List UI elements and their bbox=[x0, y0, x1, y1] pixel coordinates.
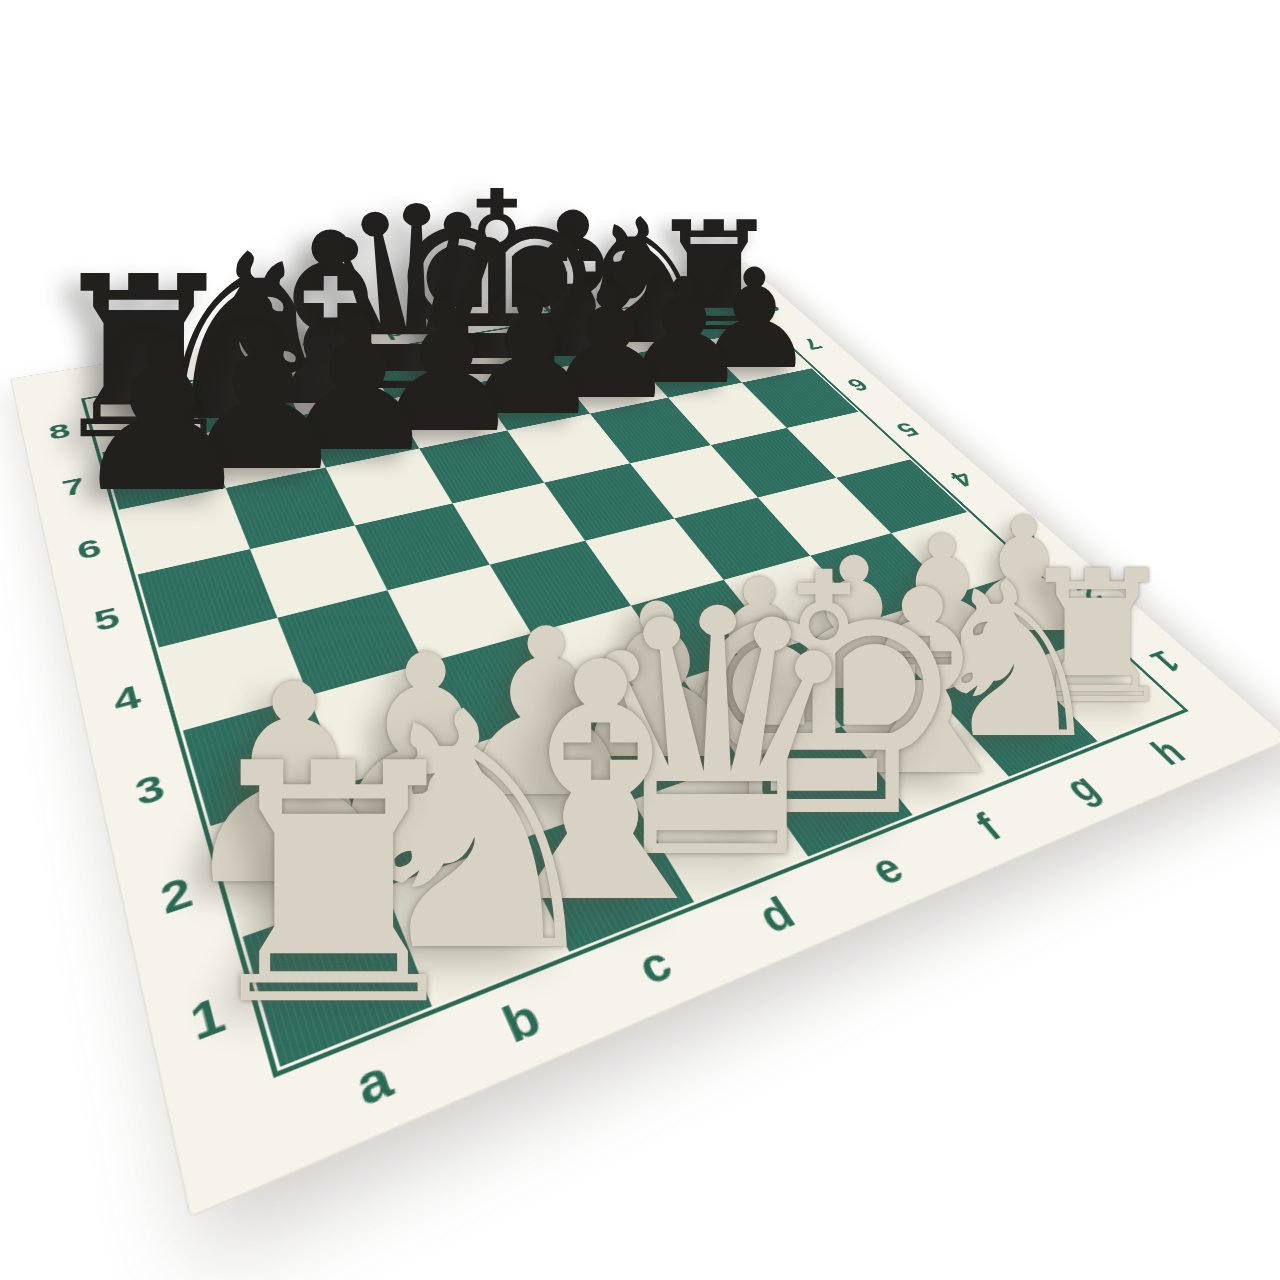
piece-white-rook-a1[interactable]: ♜ bbox=[169, 721, 499, 1051]
scene: abcdefgh abcdefgh 87654321 87654321 ♜♞♝♛… bbox=[0, 0, 1280, 1280]
pieces-layer: ♜♞♝♛♚♝♞♜♟♟♟♟♟♟♟♟♟♟♟♟♟♟♟♟♜♞♝♛♚♝♞♜ bbox=[0, 0, 1280, 1280]
piece-black-pawn-a7[interactable]: ♟ bbox=[58, 313, 266, 521]
